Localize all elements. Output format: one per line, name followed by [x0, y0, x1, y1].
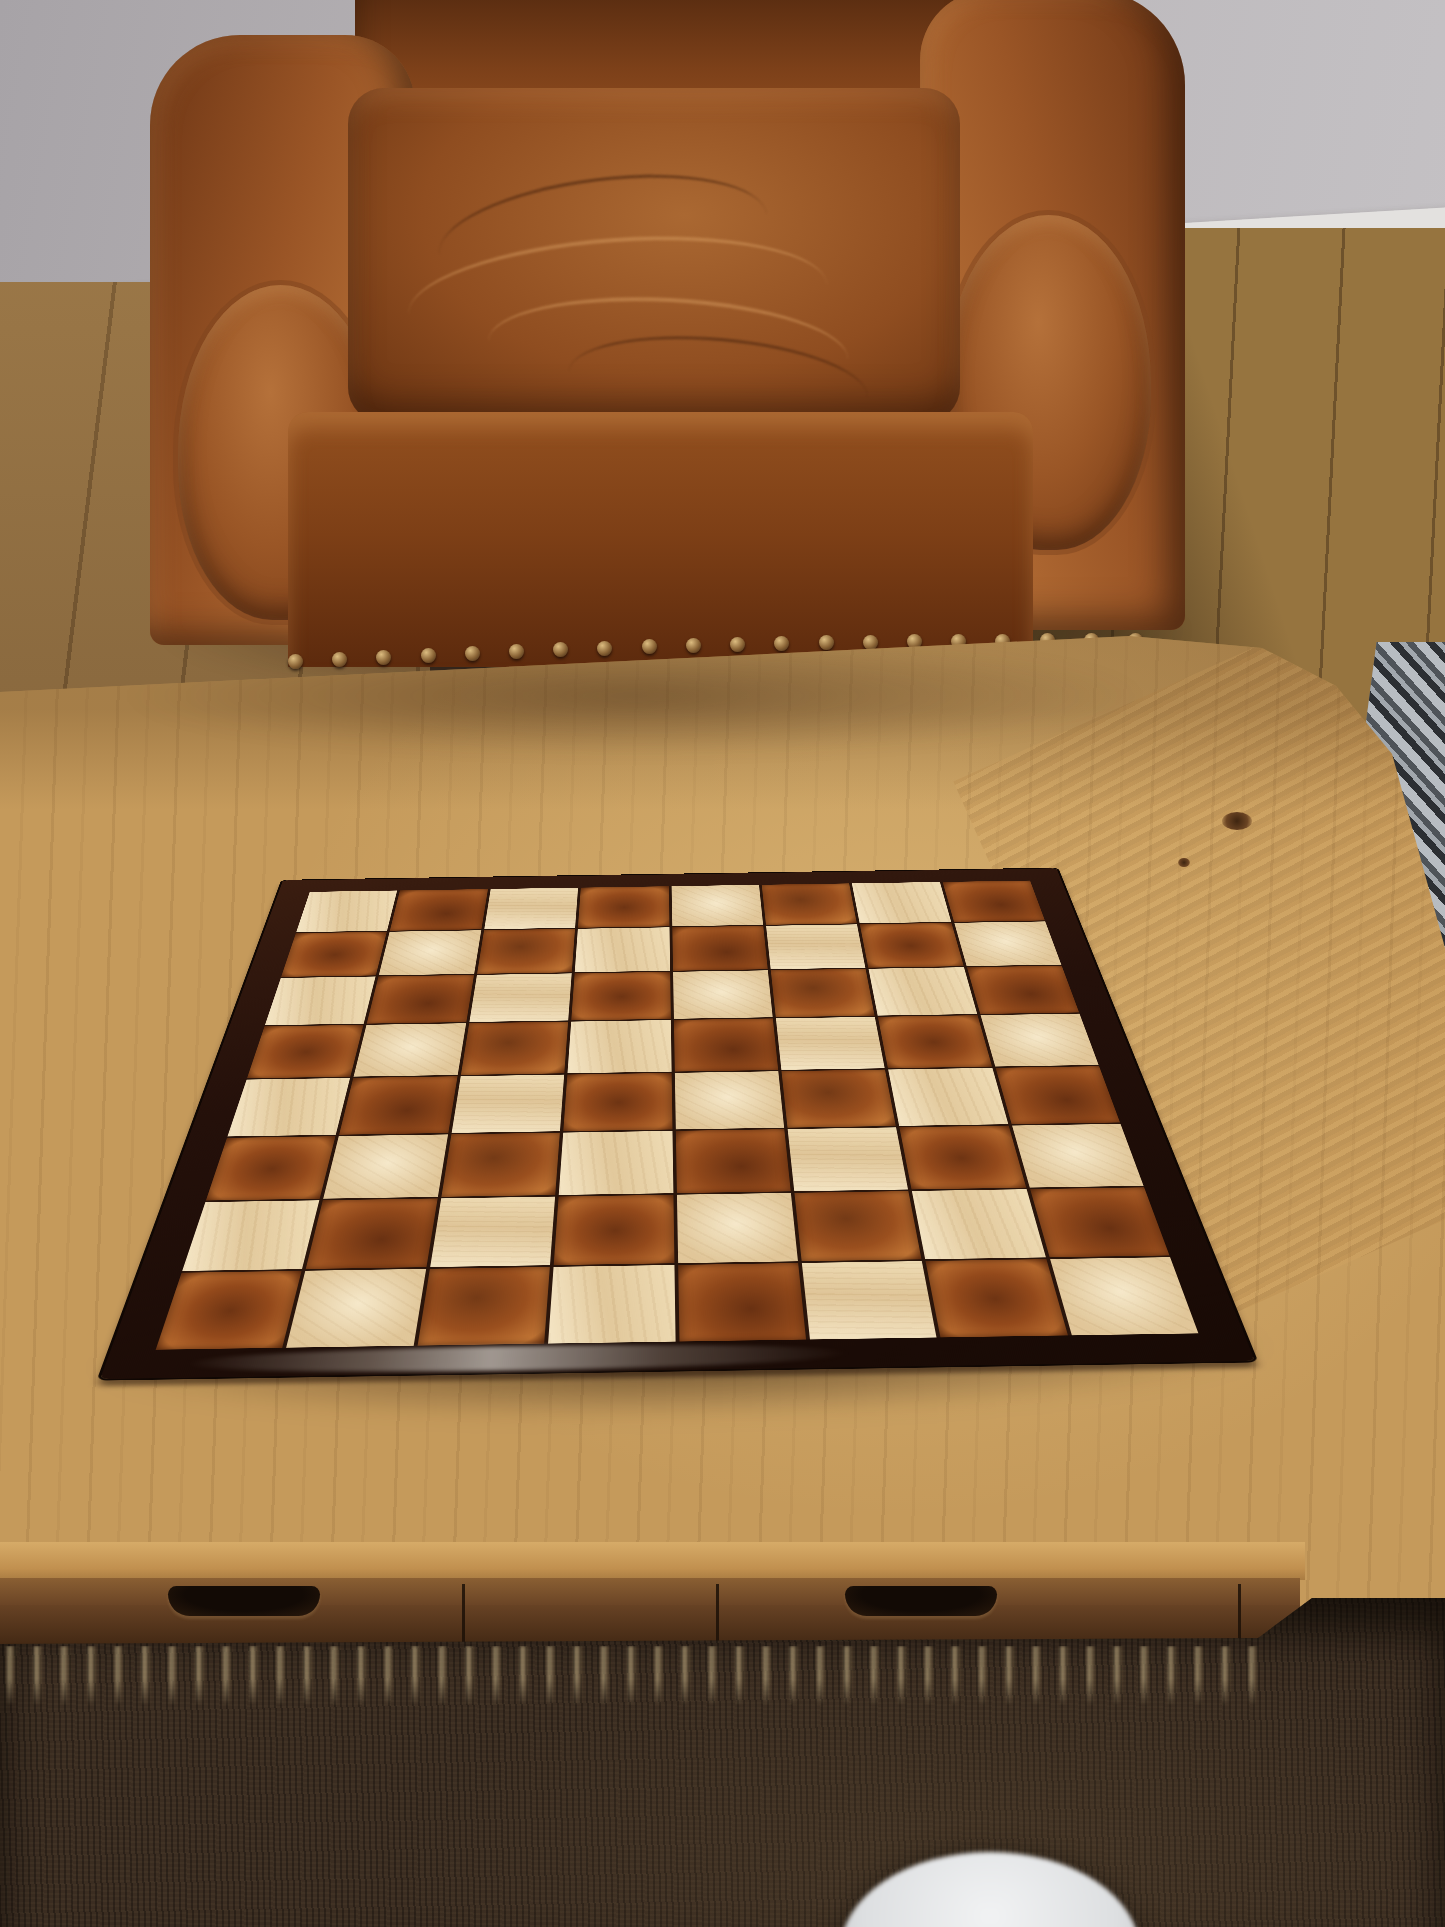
- square-h4: [995, 1066, 1120, 1124]
- drawer-seam: [462, 1584, 465, 1642]
- square-c5: [461, 1022, 568, 1075]
- square-f2: [794, 1191, 921, 1261]
- square-g3: [900, 1126, 1026, 1190]
- square-h6: [967, 966, 1079, 1014]
- square-a4: [227, 1078, 350, 1136]
- drawer-handle-right: [845, 1586, 997, 1616]
- square-b8: [390, 889, 488, 931]
- square-a6: [265, 976, 376, 1025]
- square-e6: [673, 970, 773, 1019]
- square-g5: [878, 1015, 992, 1068]
- chessboard-frame: [100, 868, 1255, 1379]
- square-h5: [980, 1014, 1098, 1067]
- chessboard-grid: [156, 881, 1199, 1350]
- square-g6: [869, 967, 977, 1016]
- chessboard: [100, 868, 1255, 1379]
- square-c8: [484, 888, 578, 930]
- nailhead-stud: [863, 635, 878, 650]
- rug-fringe: [0, 1646, 1270, 1706]
- square-f6: [771, 969, 875, 1018]
- nailhead-stud: [686, 638, 701, 653]
- nailhead-stud: [819, 635, 834, 650]
- square-f5: [776, 1017, 885, 1070]
- square-e8: [671, 885, 763, 926]
- wood-knot: [1178, 858, 1190, 867]
- square-a3: [206, 1136, 336, 1200]
- chair-front-panel: [288, 412, 1033, 667]
- square-f4: [781, 1070, 896, 1128]
- square-a5: [247, 1025, 364, 1078]
- square-c7: [477, 929, 575, 974]
- drawer-seam: [716, 1584, 719, 1642]
- square-c4: [451, 1075, 564, 1133]
- drawer-handle-left: [168, 1586, 320, 1616]
- square-d7: [575, 927, 670, 972]
- square-a8: [296, 890, 397, 932]
- square-d2: [554, 1195, 674, 1266]
- square-b6: [367, 975, 474, 1024]
- nailhead-stud: [421, 648, 436, 663]
- square-d1: [548, 1265, 675, 1344]
- square-g8: [852, 882, 951, 923]
- wood-knot: [1222, 812, 1252, 830]
- square-c6: [469, 973, 572, 1022]
- square-d8: [578, 886, 669, 927]
- square-b5: [354, 1023, 466, 1076]
- square-e5: [674, 1018, 779, 1071]
- square-h2: [1030, 1187, 1170, 1257]
- square-c1: [417, 1267, 550, 1346]
- square-d4: [563, 1073, 672, 1131]
- square-a2: [182, 1200, 320, 1271]
- nailhead-stud: [288, 654, 303, 669]
- square-g7: [860, 923, 963, 968]
- square-h7: [954, 921, 1061, 966]
- nailhead-stud: [642, 639, 657, 654]
- square-g4: [888, 1068, 1008, 1126]
- square-f8: [762, 883, 857, 924]
- square-b7: [379, 930, 481, 975]
- square-f1: [802, 1261, 937, 1339]
- square-g1: [926, 1259, 1068, 1337]
- square-e7: [672, 926, 768, 971]
- square-d6: [571, 972, 670, 1021]
- square-b1: [287, 1269, 426, 1348]
- table-front-edge: [0, 1542, 1305, 1580]
- square-h8: [942, 881, 1044, 922]
- square-e2: [677, 1193, 798, 1264]
- square-b2: [306, 1198, 437, 1269]
- square-d3: [559, 1131, 673, 1195]
- nailhead-stud: [465, 646, 480, 661]
- square-e1: [678, 1263, 806, 1341]
- square-h3: [1012, 1124, 1144, 1188]
- living-room-scene: [0, 0, 1445, 1927]
- square-g2: [912, 1189, 1046, 1259]
- square-a7: [281, 932, 387, 977]
- square-h1: [1050, 1257, 1199, 1335]
- square-d5: [568, 1020, 672, 1073]
- square-c2: [430, 1196, 555, 1267]
- square-e3: [675, 1129, 790, 1193]
- square-f3: [788, 1127, 909, 1191]
- square-c3: [441, 1133, 560, 1197]
- square-e4: [674, 1071, 784, 1129]
- square-a1: [156, 1271, 302, 1350]
- square-f7: [766, 924, 866, 969]
- chair-seat-cushion: [348, 88, 960, 423]
- square-b4: [339, 1076, 457, 1134]
- square-b3: [324, 1134, 448, 1198]
- leather-armchair: [150, 0, 1185, 685]
- drawer-seam: [1238, 1584, 1241, 1642]
